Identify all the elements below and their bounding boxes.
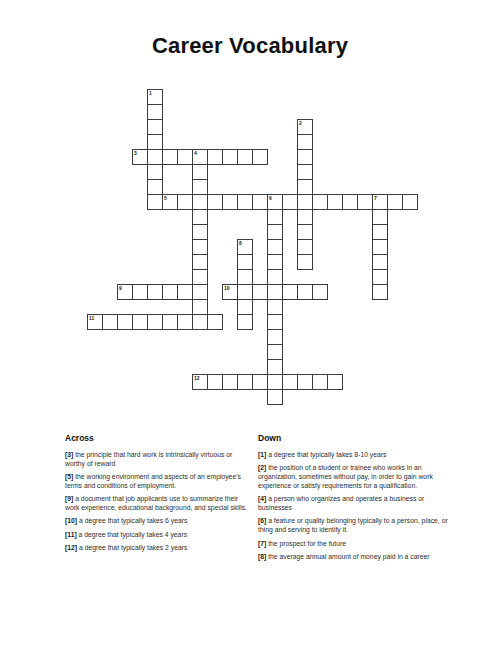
clue-item: [8] the average annual amount of money p… [258, 553, 452, 562]
grid-cell[interactable] [312, 374, 328, 390]
grid-cell[interactable] [162, 149, 178, 165]
clue-text: the prospect for the future [266, 540, 346, 547]
grid-cell[interactable] [237, 314, 253, 330]
clue-text: the principle that hard work is intrinsi… [65, 451, 232, 467]
grid-cell[interactable] [342, 194, 358, 210]
grid-cell[interactable] [372, 194, 388, 210]
grid-cell[interactable] [267, 209, 283, 225]
crossword-grid: 123456789101112 [87, 89, 420, 407]
clue-text: the average annual amount of money paid … [266, 553, 429, 560]
grid-cell[interactable] [147, 179, 163, 195]
clue-text: a degree that typically takes 6 years [77, 517, 187, 524]
grid-cell[interactable] [207, 149, 223, 165]
grid-cell[interactable] [387, 194, 403, 210]
grid-cell[interactable] [192, 299, 208, 315]
grid-cell[interactable] [237, 254, 253, 270]
grid-cell[interactable] [357, 194, 373, 210]
grid-cell[interactable] [192, 209, 208, 225]
grid-cell[interactable] [372, 269, 388, 285]
grid-cell[interactable] [192, 194, 208, 210]
page-title: Career Vocabulary [0, 33, 500, 59]
grid-cell[interactable] [267, 284, 283, 300]
grid-cell[interactable] [267, 374, 283, 390]
clue-item: [9] a document that job applicants use t… [65, 495, 251, 513]
grid-cell[interactable] [267, 194, 283, 210]
grid-cell[interactable] [117, 284, 133, 300]
grid-cell[interactable] [222, 284, 238, 300]
grid-cell[interactable] [267, 314, 283, 330]
grid-cell[interactable] [192, 374, 208, 390]
clue-text: the working environment and aspects of a… [65, 473, 241, 489]
grid-cell[interactable] [132, 284, 148, 300]
grid-cell[interactable] [132, 149, 148, 165]
across-clue-list: [3] the principle that hard work is intr… [65, 451, 251, 553]
grid-cell[interactable] [192, 224, 208, 240]
clue-item: [3] the principle that hard work is intr… [65, 451, 251, 469]
grid-cell[interactable] [207, 314, 223, 330]
grid-cell[interactable] [102, 314, 118, 330]
grid-cell[interactable] [312, 284, 328, 300]
down-clue-list: [1] a degree that typically takes 8-10 y… [258, 451, 452, 562]
grid-cell[interactable] [297, 194, 313, 210]
grid-cell[interactable] [237, 284, 253, 300]
down-header: Down [258, 433, 452, 443]
grid-cell[interactable] [177, 149, 193, 165]
clue-item: [5] the working environment and aspects … [65, 473, 251, 491]
clue-item: [1] a degree that typically takes 8-10 y… [258, 451, 452, 460]
grid-cell[interactable] [372, 239, 388, 255]
clue-item: [10] a degree that typically takes 6 yea… [65, 517, 251, 526]
grid-cell[interactable] [192, 314, 208, 330]
grid-cell[interactable] [267, 269, 283, 285]
grid-cell[interactable] [192, 149, 208, 165]
grid-cell[interactable] [162, 194, 178, 210]
grid-cell[interactable] [132, 314, 148, 330]
grid-cell[interactable] [147, 89, 163, 105]
grid-cell[interactable] [327, 374, 343, 390]
grid-cell[interactable] [402, 194, 418, 210]
grid-cell[interactable] [297, 239, 313, 255]
grid-cell[interactable] [282, 194, 298, 210]
grid-cell[interactable] [297, 374, 313, 390]
grid-cell[interactable] [267, 254, 283, 270]
grid-cell[interactable] [222, 194, 238, 210]
clue-item: [7] the prospect for the future [258, 540, 452, 549]
grid-cell[interactable] [162, 314, 178, 330]
grid-cell[interactable] [147, 104, 163, 120]
grid-cell[interactable] [267, 299, 283, 315]
grid-cell[interactable] [147, 119, 163, 135]
grid-cell[interactable] [117, 314, 133, 330]
clue-text: a person who organizes and operates a bu… [258, 495, 424, 511]
grid-cell[interactable] [297, 284, 313, 300]
grid-cell[interactable] [297, 224, 313, 240]
grid-cell[interactable] [297, 119, 313, 135]
grid-cell[interactable] [297, 164, 313, 180]
grid-cell[interactable] [267, 389, 283, 405]
grid-cell[interactable] [267, 239, 283, 255]
grid-cell[interactable] [297, 179, 313, 195]
clue-text: a degree that typically takes 2 years [77, 544, 187, 551]
grid-cell[interactable] [147, 134, 163, 150]
grid-cell[interactable] [222, 374, 238, 390]
grid-cell[interactable] [147, 164, 163, 180]
grid-cell[interactable] [192, 284, 208, 300]
grid-cell[interactable] [372, 254, 388, 270]
clue-number: [11] [65, 531, 77, 538]
grid-cell[interactable] [327, 194, 343, 210]
grid-cell[interactable] [147, 314, 163, 330]
grid-cell[interactable] [297, 134, 313, 150]
grid-cell[interactable] [222, 149, 238, 165]
grid-cell[interactable] [252, 374, 268, 390]
grid-cell[interactable] [147, 284, 163, 300]
grid-cell[interactable] [177, 314, 193, 330]
grid-cell[interactable] [207, 194, 223, 210]
clue-item: [4] a person who organizes and operates … [258, 495, 452, 513]
grid-cell[interactable] [297, 149, 313, 165]
grid-cell[interactable] [372, 284, 388, 300]
grid-cell[interactable] [237, 149, 253, 165]
clue-item: [6] a feature or quality belonging typic… [258, 517, 452, 535]
grid-cell[interactable] [192, 164, 208, 180]
grid-cell[interactable] [372, 224, 388, 240]
across-header: Across [65, 433, 251, 443]
clue-item: [11] a degree that typically takes 4 yea… [65, 531, 251, 540]
clue-text: a feature or quality belonging typically… [258, 517, 448, 533]
grid-cell[interactable] [282, 374, 298, 390]
grid-cell[interactable] [192, 179, 208, 195]
grid-cell[interactable] [267, 344, 283, 360]
clue-text: the position of a student or trainee who… [258, 464, 433, 489]
grid-cell[interactable] [237, 299, 253, 315]
grid-cell[interactable] [192, 269, 208, 285]
grid-cell[interactable] [207, 374, 223, 390]
grid-cell[interactable] [297, 209, 313, 225]
grid-cell[interactable] [237, 269, 253, 285]
grid-cell[interactable] [252, 149, 268, 165]
grid-cell[interactable] [87, 314, 103, 330]
grid-cell[interactable] [267, 329, 283, 345]
grid-cell[interactable] [237, 194, 253, 210]
grid-cell[interactable] [147, 149, 163, 165]
clue-number: [12] [65, 544, 77, 551]
grid-cell[interactable] [297, 254, 313, 270]
grid-cell[interactable] [267, 224, 283, 240]
clue-text: a degree that typically takes 4 years [77, 531, 187, 538]
clue-item: [12] a degree that typically takes 2 yea… [65, 544, 251, 553]
clue-item: [2] the position of a student or trainee… [258, 464, 452, 490]
grid-cell[interactable] [177, 194, 193, 210]
grid-cell[interactable] [237, 239, 253, 255]
grid-cell[interactable] [252, 194, 268, 210]
grid-cell[interactable] [192, 254, 208, 270]
clue-text: a document that job applicants use to su… [65, 495, 247, 511]
grid-cell[interactable] [312, 194, 328, 210]
grid-cell[interactable] [237, 374, 253, 390]
grid-cell[interactable] [252, 284, 268, 300]
grid-cell[interactable] [177, 284, 193, 300]
grid-cell[interactable] [162, 284, 178, 300]
grid-cell[interactable] [282, 284, 298, 300]
clue-text: a degree that typically takes 8-10 years [266, 451, 386, 458]
clue-number: [10] [65, 517, 77, 524]
clues-down-section: Down [1] a degree that typically takes 8… [258, 433, 452, 566]
grid-cell[interactable] [372, 209, 388, 225]
grid-cell[interactable] [267, 359, 283, 375]
grid-cell[interactable] [192, 239, 208, 255]
clues-across-section: Across [3] the principle that hard work … [65, 433, 251, 557]
grid-cell[interactable] [147, 194, 163, 210]
